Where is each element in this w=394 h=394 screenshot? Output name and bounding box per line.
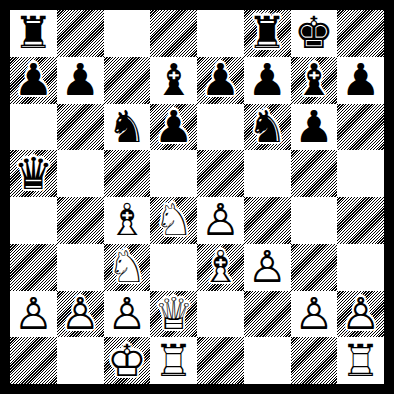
square-f8[interactable]: ♜♜ bbox=[244, 10, 291, 57]
white-king-icon: ♚♔ bbox=[104, 337, 151, 384]
piece-glyph: ♙ bbox=[201, 198, 240, 242]
square-e1[interactable] bbox=[197, 337, 244, 384]
black-pawn-icon: ♟♟ bbox=[291, 104, 338, 151]
white-pawn-icon: ♟♙ bbox=[197, 197, 244, 244]
square-c6[interactable]: ♞♞ bbox=[104, 104, 151, 151]
square-c4[interactable]: ♝♗ bbox=[104, 197, 151, 244]
square-d7[interactable]: ♝♝ bbox=[150, 57, 197, 104]
square-b5[interactable] bbox=[57, 150, 104, 197]
piece-glyph: ♗ bbox=[201, 245, 240, 289]
piece-glyph: ♚ bbox=[294, 11, 333, 55]
square-g3[interactable] bbox=[291, 244, 338, 291]
black-queen-icon: ♛♛ bbox=[10, 150, 57, 197]
piece-glyph: ♟ bbox=[60, 58, 99, 102]
white-bishop-icon: ♝♗ bbox=[104, 197, 151, 244]
piece-glyph: ♕ bbox=[154, 291, 193, 335]
square-h6[interactable] bbox=[337, 104, 384, 151]
piece-glyph: ♘ bbox=[154, 198, 193, 242]
square-a3[interactable] bbox=[10, 244, 57, 291]
square-e2[interactable] bbox=[197, 291, 244, 338]
square-g8[interactable]: ♚♚ bbox=[291, 10, 338, 57]
white-pawn-icon: ♟♙ bbox=[10, 291, 57, 338]
square-f1[interactable] bbox=[244, 337, 291, 384]
square-h3[interactable] bbox=[337, 244, 384, 291]
piece-glyph: ♙ bbox=[107, 291, 146, 335]
black-pawn-icon: ♟♟ bbox=[197, 57, 244, 104]
piece-glyph: ♙ bbox=[14, 291, 53, 335]
white-bishop-icon: ♝♗ bbox=[197, 244, 244, 291]
white-knight-icon: ♞♘ bbox=[150, 197, 197, 244]
square-b2[interactable]: ♟♙ bbox=[57, 291, 104, 338]
square-e4[interactable]: ♟♙ bbox=[197, 197, 244, 244]
piece-glyph: ♖ bbox=[341, 338, 380, 382]
piece-glyph: ♖ bbox=[154, 338, 193, 382]
black-king-icon: ♚♚ bbox=[291, 10, 338, 57]
black-knight-icon: ♞♞ bbox=[104, 104, 151, 151]
black-pawn-icon: ♟♟ bbox=[10, 57, 57, 104]
piece-glyph: ♟ bbox=[247, 58, 286, 102]
piece-glyph: ♘ bbox=[107, 245, 146, 289]
piece-glyph: ♞ bbox=[107, 104, 146, 148]
square-h7[interactable]: ♟♟ bbox=[337, 57, 384, 104]
piece-glyph: ♟ bbox=[341, 58, 380, 102]
square-g1[interactable] bbox=[291, 337, 338, 384]
square-f7[interactable]: ♟♟ bbox=[244, 57, 291, 104]
black-rook-icon: ♜♜ bbox=[244, 10, 291, 57]
square-h1[interactable]: ♜♖ bbox=[337, 337, 384, 384]
square-g5[interactable] bbox=[291, 150, 338, 197]
black-pawn-icon: ♟♟ bbox=[150, 104, 197, 151]
square-e5[interactable] bbox=[197, 150, 244, 197]
chess-diagram-border: ♜♜♜♜♚♚♟♟♟♟♝♝♟♟♟♟♝♝♟♟♞♞♟♟♞♞♟♟♛♛♝♗♞♘♟♙♞♘♝♗… bbox=[0, 0, 394, 394]
square-f6[interactable]: ♞♞ bbox=[244, 104, 291, 151]
square-e7[interactable]: ♟♟ bbox=[197, 57, 244, 104]
square-h5[interactable] bbox=[337, 150, 384, 197]
square-c7[interactable] bbox=[104, 57, 151, 104]
square-c8[interactable] bbox=[104, 10, 151, 57]
white-pawn-icon: ♟♙ bbox=[337, 291, 384, 338]
square-c3[interactable]: ♞♘ bbox=[104, 244, 151, 291]
square-a1[interactable] bbox=[10, 337, 57, 384]
square-d6[interactable]: ♟♟ bbox=[150, 104, 197, 151]
square-e6[interactable] bbox=[197, 104, 244, 151]
square-e3[interactable]: ♝♗ bbox=[197, 244, 244, 291]
piece-glyph: ♜ bbox=[14, 11, 53, 55]
black-bishop-icon: ♝♝ bbox=[150, 57, 197, 104]
square-f2[interactable] bbox=[244, 291, 291, 338]
piece-glyph: ♟ bbox=[154, 104, 193, 148]
square-a2[interactable]: ♟♙ bbox=[10, 291, 57, 338]
chess-board: ♜♜♜♜♚♚♟♟♟♟♝♝♟♟♟♟♝♝♟♟♞♞♟♟♞♞♟♟♛♛♝♗♞♘♟♙♞♘♝♗… bbox=[10, 10, 384, 384]
piece-glyph: ♙ bbox=[341, 291, 380, 335]
square-h2[interactable]: ♟♙ bbox=[337, 291, 384, 338]
piece-glyph: ♙ bbox=[60, 291, 99, 335]
white-rook-icon: ♜♖ bbox=[337, 337, 384, 384]
square-a8[interactable]: ♜♜ bbox=[10, 10, 57, 57]
white-pawn-icon: ♟♙ bbox=[244, 244, 291, 291]
square-b1[interactable] bbox=[57, 337, 104, 384]
square-b8[interactable] bbox=[57, 10, 104, 57]
piece-glyph: ♗ bbox=[107, 198, 146, 242]
black-pawn-icon: ♟♟ bbox=[57, 57, 104, 104]
square-a6[interactable] bbox=[10, 104, 57, 151]
square-d1[interactable]: ♜♖ bbox=[150, 337, 197, 384]
square-e8[interactable] bbox=[197, 10, 244, 57]
square-a7[interactable]: ♟♟ bbox=[10, 57, 57, 104]
square-c5[interactable] bbox=[104, 150, 151, 197]
square-f4[interactable] bbox=[244, 197, 291, 244]
piece-glyph: ♙ bbox=[294, 291, 333, 335]
white-pawn-icon: ♟♙ bbox=[57, 291, 104, 338]
white-knight-icon: ♞♘ bbox=[104, 244, 151, 291]
square-c1[interactable]: ♚♔ bbox=[104, 337, 151, 384]
piece-glyph: ♞ bbox=[247, 104, 286, 148]
square-b6[interactable] bbox=[57, 104, 104, 151]
square-d8[interactable] bbox=[150, 10, 197, 57]
piece-glyph: ♟ bbox=[14, 58, 53, 102]
black-knight-icon: ♞♞ bbox=[244, 104, 291, 151]
square-a4[interactable] bbox=[10, 197, 57, 244]
square-g7[interactable]: ♝♝ bbox=[291, 57, 338, 104]
square-d4[interactable]: ♞♘ bbox=[150, 197, 197, 244]
square-h8[interactable] bbox=[337, 10, 384, 57]
white-queen-icon: ♛♕ bbox=[150, 291, 197, 338]
square-d5[interactable] bbox=[150, 150, 197, 197]
square-g2[interactable]: ♟♙ bbox=[291, 291, 338, 338]
piece-glyph: ♔ bbox=[107, 338, 146, 382]
square-b3[interactable] bbox=[57, 244, 104, 291]
square-f5[interactable] bbox=[244, 150, 291, 197]
white-pawn-icon: ♟♙ bbox=[291, 291, 338, 338]
piece-glyph: ♟ bbox=[201, 58, 240, 102]
black-pawn-icon: ♟♟ bbox=[244, 57, 291, 104]
white-pawn-icon: ♟♙ bbox=[104, 291, 151, 338]
piece-glyph: ♙ bbox=[247, 245, 286, 289]
square-g6[interactable]: ♟♟ bbox=[291, 104, 338, 151]
piece-glyph: ♜ bbox=[247, 11, 286, 55]
square-b7[interactable]: ♟♟ bbox=[57, 57, 104, 104]
square-c2[interactable]: ♟♙ bbox=[104, 291, 151, 338]
square-f3[interactable]: ♟♙ bbox=[244, 244, 291, 291]
piece-glyph: ♟ bbox=[294, 104, 333, 148]
square-d2[interactable]: ♛♕ bbox=[150, 291, 197, 338]
piece-glyph: ♝ bbox=[294, 58, 333, 102]
square-d3[interactable] bbox=[150, 244, 197, 291]
square-a5[interactable]: ♛♛ bbox=[10, 150, 57, 197]
square-g4[interactable] bbox=[291, 197, 338, 244]
square-h4[interactable] bbox=[337, 197, 384, 244]
piece-glyph: ♛ bbox=[14, 151, 53, 195]
square-b4[interactable] bbox=[57, 197, 104, 244]
black-bishop-icon: ♝♝ bbox=[291, 57, 338, 104]
black-pawn-icon: ♟♟ bbox=[337, 57, 384, 104]
piece-glyph: ♝ bbox=[154, 58, 193, 102]
white-rook-icon: ♜♖ bbox=[150, 337, 197, 384]
black-rook-icon: ♜♜ bbox=[10, 10, 57, 57]
